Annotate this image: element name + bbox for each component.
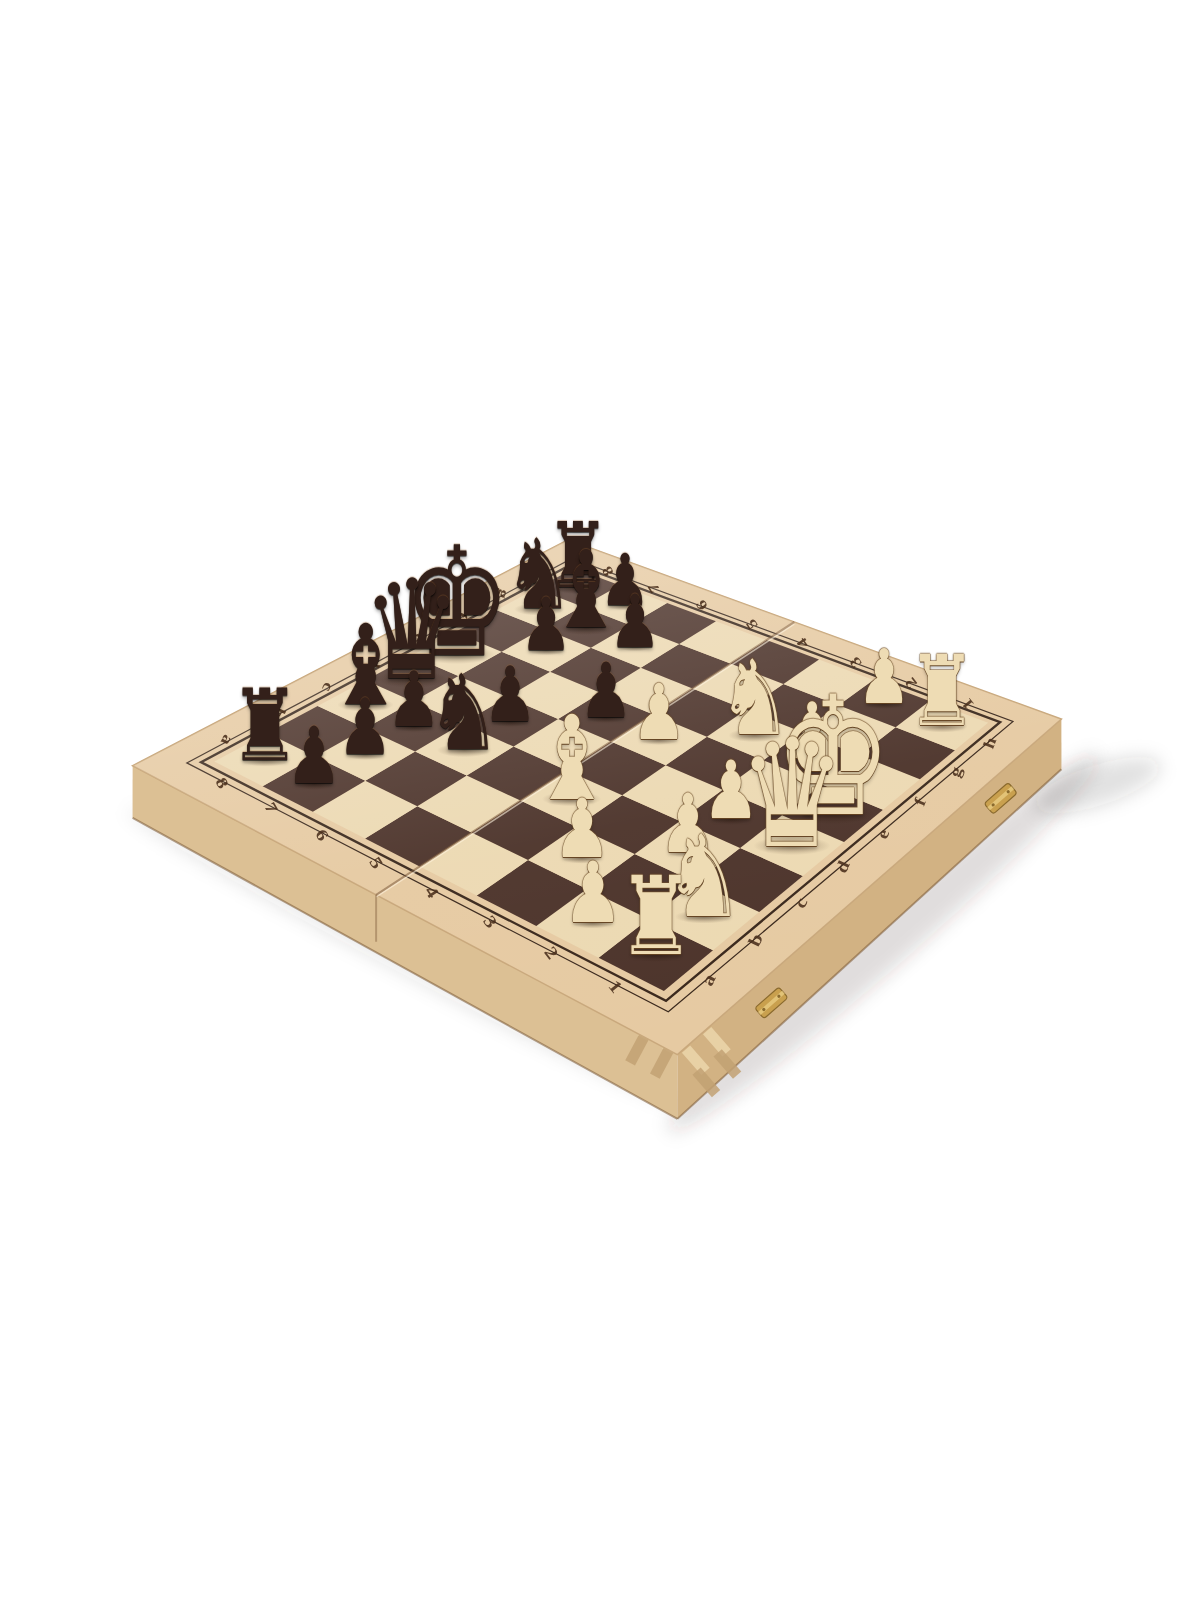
light-sheen [133,540,1062,1055]
chessboard-3d [0,0,1200,1600]
chess-set-photo: 1122334455667788aabbccddeeffgghh ♜♟♞♝♟♟♚… [0,0,1200,1600]
